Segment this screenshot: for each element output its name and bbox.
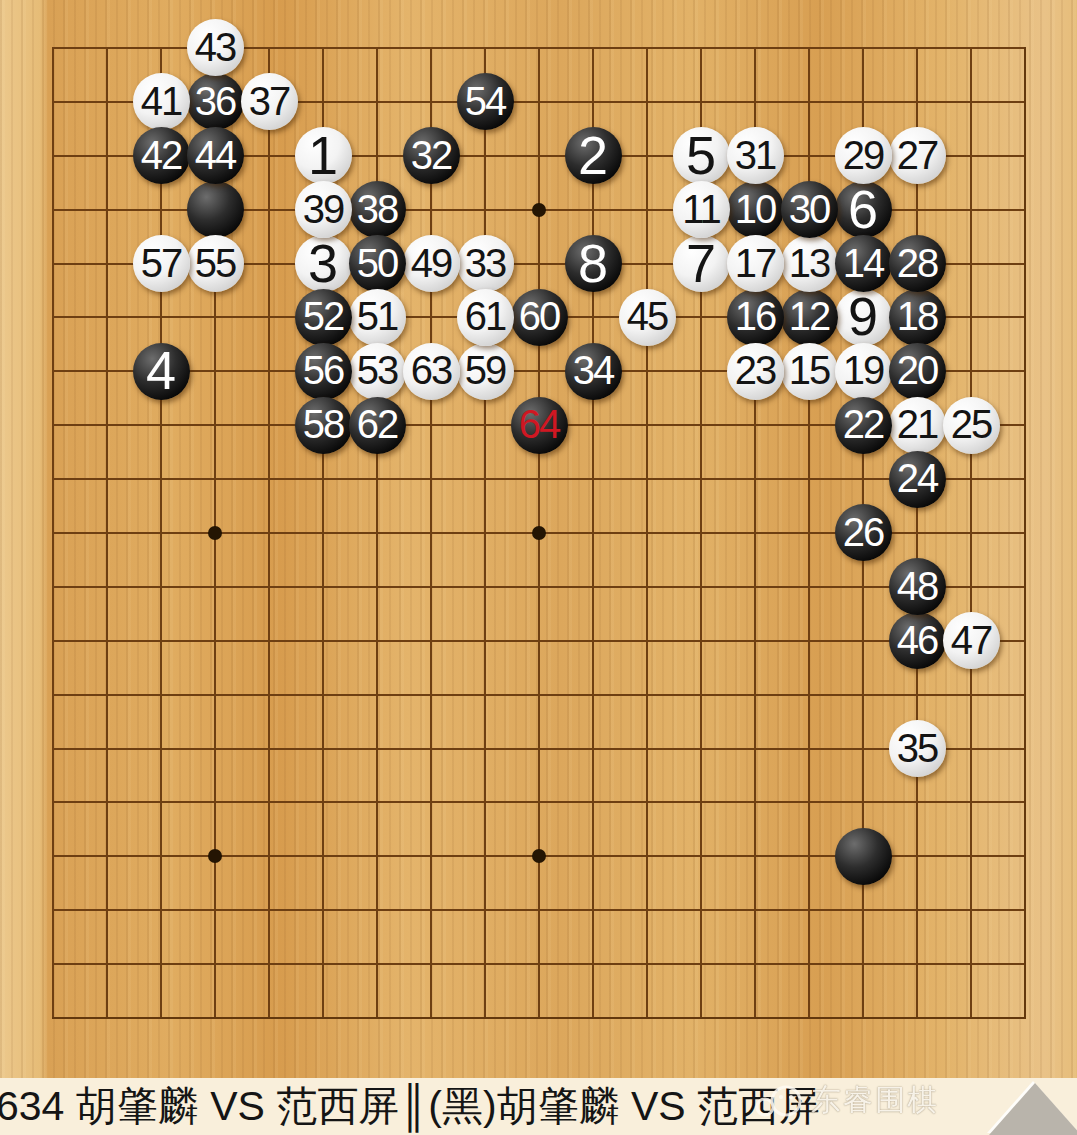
move-number: 49: [411, 243, 452, 283]
stone-white-41: 41: [133, 73, 190, 130]
stone-white-9: 9: [835, 289, 892, 346]
stone-white-27: 27: [889, 127, 946, 184]
move-number: 18: [897, 296, 938, 336]
move-number: 31: [735, 135, 776, 175]
move-number: 11: [682, 189, 720, 229]
stones-layer: 1234567891011121314151617181920212223242…: [26, 21, 1052, 1045]
move-number: 34: [573, 350, 614, 390]
move-number: 32: [411, 135, 452, 175]
stone-black-8: 8: [565, 235, 622, 292]
move-number: 63: [411, 350, 452, 390]
move-number: 42: [141, 135, 182, 175]
stone-white-33: 33: [457, 235, 514, 292]
move-number: 54: [465, 81, 506, 121]
move-number: 55: [195, 243, 236, 283]
stone-black-32: 32: [403, 127, 460, 184]
stone-white-45: 45: [619, 289, 676, 346]
stone-white-1: 1: [295, 127, 352, 184]
stone-black-60: 60: [511, 289, 568, 346]
stone-white-5: 5: [673, 127, 730, 184]
move-number: 1: [308, 128, 338, 182]
watermark-logo-icon: [753, 1083, 805, 1119]
move-number: 28: [897, 243, 938, 283]
stone-white-57: 57: [133, 235, 190, 292]
stone-black-62: 62: [349, 397, 406, 454]
stone-black-36: 36: [187, 73, 244, 130]
stone-black-16: 16: [727, 289, 784, 346]
stone-black-52: 52: [295, 289, 352, 346]
stone-black-12: 12: [781, 289, 838, 346]
move-number: 46: [897, 620, 938, 660]
move-number: 48: [897, 566, 938, 606]
move-number: 20: [897, 350, 938, 390]
stone-white-43: 43: [187, 19, 244, 76]
stone-black-4: 4: [133, 343, 190, 400]
watermark-text: 东睿围棋: [811, 1080, 939, 1121]
move-number: 8: [578, 236, 608, 290]
move-number: 12: [789, 296, 830, 336]
move-number: 39: [303, 189, 344, 229]
stone-black-44: 44: [187, 127, 244, 184]
move-number: 57: [141, 243, 182, 283]
stone-black-18: 18: [889, 289, 946, 346]
move-number: 33: [465, 243, 506, 283]
move-number: 23: [735, 350, 776, 390]
move-number: 5: [686, 128, 716, 182]
move-number: 52: [303, 296, 344, 336]
move-number: 2: [578, 128, 608, 182]
move-number: 35: [897, 728, 938, 768]
stone-black-24: 24: [889, 451, 946, 508]
stone-black-6: 6: [835, 181, 892, 238]
move-number: 21: [897, 404, 938, 444]
move-number: 51: [357, 296, 398, 336]
watermark: 东睿围棋: [753, 1080, 939, 1121]
stone-black-14: 14: [835, 235, 892, 292]
stone-black-64: 64: [511, 397, 568, 454]
stone-black-38: 38: [349, 181, 406, 238]
stone-white-39: 39: [295, 181, 352, 238]
move-number: 24: [897, 458, 938, 498]
move-number: 41: [141, 81, 182, 121]
move-number: 7: [686, 236, 716, 290]
move-number: 43: [195, 27, 236, 67]
stone-white-49: 49: [403, 235, 460, 292]
stone-white-3: 3: [295, 235, 352, 292]
move-number: 59: [465, 350, 506, 390]
stone-black-54: 54: [457, 73, 514, 130]
move-number: 62: [357, 404, 398, 444]
caption-text: 634 胡肇麟 VS 范西屏║(黑)胡肇麟 VS 范西屏: [0, 1079, 820, 1134]
stone-white-19: 19: [835, 343, 892, 400]
move-number: 44: [195, 135, 236, 175]
stone-black-setup: [835, 828, 892, 885]
stone-white-11: 11: [673, 181, 730, 238]
corner-fold-triangle: [989, 1083, 1077, 1135]
move-number: 4: [146, 343, 176, 397]
screenshot-root: 1234567891011121314151617181920212223242…: [0, 0, 1077, 1135]
stone-white-61: 61: [457, 289, 514, 346]
stone-black-2: 2: [565, 127, 622, 184]
move-number: 53: [357, 350, 398, 390]
move-number: 56: [303, 350, 344, 390]
star-point: [208, 526, 222, 540]
stone-black-20: 20: [889, 343, 946, 400]
stone-black-28: 28: [889, 235, 946, 292]
move-number: 16: [735, 296, 776, 336]
stone-black-48: 48: [889, 558, 946, 615]
stone-black-34: 34: [565, 343, 622, 400]
move-number: 37: [249, 81, 290, 121]
move-number: 17: [735, 243, 776, 283]
stone-black-26: 26: [835, 504, 892, 561]
star-point: [532, 849, 546, 863]
move-number: 50: [357, 243, 398, 283]
move-number: 27: [897, 135, 938, 175]
move-number: 61: [465, 296, 506, 336]
move-number: 13: [789, 243, 830, 283]
move-number: 14: [843, 243, 884, 283]
move-number: 25: [951, 404, 992, 444]
move-number: 30: [789, 189, 830, 229]
stone-black-22: 22: [835, 397, 892, 454]
move-number: 45: [627, 296, 668, 336]
stone-black-42: 42: [133, 127, 190, 184]
stone-white-51: 51: [349, 289, 406, 346]
star-point: [532, 203, 546, 217]
stone-black-10: 10: [727, 181, 784, 238]
move-number: 10: [735, 189, 776, 229]
stone-black-58: 58: [295, 397, 352, 454]
stone-white-63: 63: [403, 343, 460, 400]
move-number: 3: [308, 236, 338, 290]
move-number: 47: [951, 620, 992, 660]
stone-white-47: 47: [943, 612, 1000, 669]
stone-black-56: 56: [295, 343, 352, 400]
stone-black-30: 30: [781, 181, 838, 238]
move-number: 22: [843, 404, 884, 444]
stone-black-50: 50: [349, 235, 406, 292]
go-board[interactable]: 1234567891011121314151617181920212223242…: [0, 0, 1077, 1078]
move-number: 26: [843, 512, 884, 552]
stone-white-13: 13: [781, 235, 838, 292]
stone-black-setup: [187, 181, 244, 238]
move-number: 36: [195, 81, 236, 121]
stone-white-7: 7: [673, 235, 730, 292]
move-number: 29: [843, 135, 884, 175]
stone-white-31: 31: [727, 127, 784, 184]
stone-black-46: 46: [889, 612, 946, 669]
stone-white-25: 25: [943, 397, 1000, 454]
star-point: [208, 849, 222, 863]
move-number: 6: [848, 182, 878, 236]
stone-white-29: 29: [835, 127, 892, 184]
stone-white-23: 23: [727, 343, 784, 400]
stone-white-15: 15: [781, 343, 838, 400]
stone-white-17: 17: [727, 235, 784, 292]
move-number: 38: [357, 189, 398, 229]
move-number: 19: [843, 350, 884, 390]
move-number: 15: [789, 350, 830, 390]
stone-white-37: 37: [241, 73, 298, 130]
stone-white-21: 21: [889, 397, 946, 454]
stone-white-55: 55: [187, 235, 244, 292]
move-number: 58: [303, 404, 344, 444]
stone-white-35: 35: [889, 720, 946, 777]
stone-white-59: 59: [457, 343, 514, 400]
move-number: 9: [848, 289, 878, 343]
move-number: 64: [519, 404, 560, 444]
stone-white-53: 53: [349, 343, 406, 400]
star-point: [532, 526, 546, 540]
move-number: 60: [519, 296, 560, 336]
